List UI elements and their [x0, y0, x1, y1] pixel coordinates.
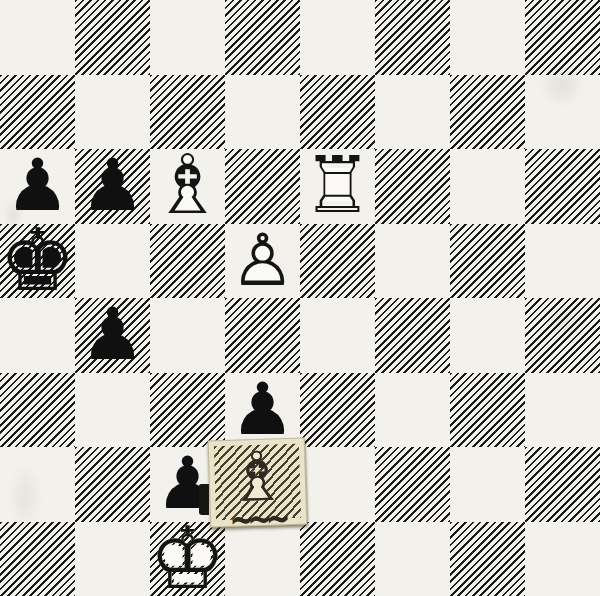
square-b7[interactable] — [75, 75, 150, 150]
square-e1[interactable] — [300, 522, 375, 596]
white-bishop-icon: ♗ — [151, 144, 225, 226]
underprint-sliver — [199, 484, 209, 515]
square-f3[interactable] — [375, 373, 450, 448]
square-a1[interactable] — [0, 522, 75, 596]
square-d3[interactable]: ♟ — [225, 373, 300, 448]
square-e5[interactable] — [300, 224, 375, 299]
square-h4[interactable] — [525, 298, 600, 373]
white-pawn-d5[interactable]: ♟♙ — [225, 226, 300, 301]
square-f2[interactable] — [375, 447, 450, 522]
square-h3[interactable] — [525, 373, 600, 448]
black-king-icon: ♚ — [0, 216, 76, 302]
square-h7[interactable] — [525, 75, 600, 150]
square-f5[interactable] — [375, 224, 450, 299]
square-h1[interactable] — [525, 522, 600, 596]
square-e2[interactable] — [300, 447, 375, 522]
square-g1[interactable] — [450, 522, 525, 596]
square-d5[interactable]: ♟♙ — [225, 224, 300, 299]
square-c1[interactable]: ♚♔ — [150, 522, 225, 596]
square-e4[interactable] — [300, 298, 375, 373]
black-pawn-icon: ♟ — [230, 373, 295, 445]
scanned-chess-diagram: ♟♟♝♗♜♖♚♟♙♟♟♟♚♔ ♝ ♗ ~~~ — [0, 0, 600, 596]
square-g2[interactable] — [450, 447, 525, 522]
square-f4[interactable] — [375, 298, 450, 373]
square-e8[interactable] — [300, 0, 375, 75]
square-e6[interactable]: ♜♖ — [300, 149, 375, 224]
square-c6[interactable]: ♝♗ — [150, 149, 225, 224]
errata-sticker-d2[interactable]: ♝ ♗ ~~~ — [208, 437, 308, 527]
white-rook-icon: ♖ — [303, 146, 373, 224]
square-b4[interactable]: ♟ — [75, 298, 150, 373]
square-d6[interactable] — [225, 149, 300, 224]
white-pawn-icon: ♙ — [230, 224, 295, 296]
square-h5[interactable] — [525, 224, 600, 299]
square-c5[interactable] — [150, 224, 225, 299]
black-pawn-icon: ♟ — [80, 149, 145, 221]
square-d8[interactable] — [225, 0, 300, 75]
black-pawn-icon: ♟ — [80, 298, 145, 370]
square-g6[interactable] — [450, 149, 525, 224]
black-pawn-b4[interactable]: ♟ — [75, 300, 150, 375]
white-bishop-c6[interactable]: ♝♗ — [150, 151, 225, 226]
square-f1[interactable] — [375, 522, 450, 596]
square-c4[interactable] — [150, 298, 225, 373]
white-rook-e6[interactable]: ♜♖ — [300, 151, 375, 226]
square-h8[interactable] — [525, 0, 600, 75]
sticker-flourish: ~~~ — [229, 499, 285, 540]
square-b2[interactable] — [75, 447, 150, 522]
square-d7[interactable] — [225, 75, 300, 150]
square-e3[interactable] — [300, 373, 375, 448]
square-g7[interactable] — [450, 75, 525, 150]
square-a7[interactable] — [0, 75, 75, 150]
square-g3[interactable] — [450, 373, 525, 448]
black-king-a5[interactable]: ♚ — [0, 226, 75, 301]
square-b8[interactable] — [75, 0, 150, 75]
square-b1[interactable] — [75, 522, 150, 596]
white-king-c1[interactable]: ♚♔ — [150, 524, 225, 596]
square-c3[interactable] — [150, 373, 225, 448]
square-b5[interactable] — [75, 224, 150, 299]
square-a8[interactable] — [0, 0, 75, 75]
square-g5[interactable] — [450, 224, 525, 299]
square-a2[interactable] — [0, 447, 75, 522]
square-h6[interactable] — [525, 149, 600, 224]
square-a4[interactable] — [0, 298, 75, 373]
square-f8[interactable] — [375, 0, 450, 75]
sticker-hatch-pattern: ♝ ♗ ~~~ — [214, 444, 301, 521]
square-f7[interactable] — [375, 75, 450, 150]
square-f6[interactable] — [375, 149, 450, 224]
square-g8[interactable] — [450, 0, 525, 75]
square-h2[interactable] — [525, 447, 600, 522]
square-e7[interactable] — [300, 75, 375, 150]
square-b6[interactable]: ♟ — [75, 149, 150, 224]
black-pawn-b6[interactable]: ♟ — [75, 151, 150, 226]
square-d4[interactable] — [225, 298, 300, 373]
square-a3[interactable] — [0, 373, 75, 448]
square-c8[interactable] — [150, 0, 225, 75]
square-b3[interactable] — [75, 373, 150, 448]
square-g4[interactable] — [450, 298, 525, 373]
square-a5[interactable]: ♚ — [0, 224, 75, 299]
